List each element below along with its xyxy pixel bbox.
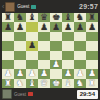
piece-white-pawn[interactable]: ♟	[40, 69, 48, 78]
piece-black-pawn[interactable]: ♟	[64, 23, 72, 32]
square-h3[interactable]	[86, 60, 98, 69]
square-d7[interactable]: ♟	[38, 22, 50, 31]
piece-white-pawn[interactable]: ♟	[28, 69, 36, 78]
square-b4[interactable]	[14, 51, 26, 60]
square-f4[interactable]	[62, 51, 74, 60]
piece-white-pawn[interactable]: ♟	[76, 69, 84, 78]
piece-white-knight[interactable]: ♞	[76, 79, 84, 88]
player-avatar[interactable]	[2, 89, 12, 99]
square-h5[interactable]	[86, 41, 98, 50]
square-c6[interactable]	[26, 32, 38, 41]
piece-black-pawn[interactable]: ♟	[4, 23, 12, 32]
square-g4[interactable]	[74, 51, 86, 60]
square-b2[interactable]: ♟	[14, 69, 26, 78]
square-h1[interactable]: ♜	[86, 79, 98, 88]
square-c1[interactable]: ♝	[26, 79, 38, 88]
square-g5[interactable]	[74, 41, 86, 50]
square-g6[interactable]	[74, 32, 86, 41]
piece-black-king[interactable]: ♚	[52, 13, 60, 22]
square-d5[interactable]	[38, 41, 50, 50]
square-e7[interactable]: ♟	[50, 22, 62, 31]
square-d1[interactable]: ♛	[38, 79, 50, 88]
square-a4[interactable]	[2, 51, 14, 60]
square-a3[interactable]	[2, 60, 14, 69]
square-b1[interactable]: ♞	[14, 79, 26, 88]
square-c4[interactable]	[26, 51, 38, 60]
square-e4[interactable]	[50, 51, 62, 60]
square-g7[interactable]: ♟	[74, 22, 86, 31]
square-f3[interactable]	[62, 60, 74, 69]
square-f6[interactable]	[62, 32, 74, 41]
square-f7[interactable]: ♟	[62, 22, 74, 31]
square-d6[interactable]	[38, 32, 50, 41]
player-username: Guest	[14, 92, 26, 97]
piece-black-rook[interactable]: ♜	[4, 13, 12, 22]
square-g1[interactable]: ♞	[74, 79, 86, 88]
square-f1[interactable]: ♝	[62, 79, 74, 88]
square-h7[interactable]: ♟	[86, 22, 98, 31]
square-b7[interactable]: ♟	[14, 22, 26, 31]
piece-white-pawn[interactable]: ♟	[88, 69, 96, 78]
piece-white-rook[interactable]: ♜	[4, 79, 12, 88]
piece-black-queen[interactable]: ♛	[40, 13, 48, 22]
piece-white-king[interactable]: ♚	[52, 79, 60, 88]
square-d2[interactable]: ♟	[38, 69, 50, 78]
opponent-avatar[interactable]	[5, 2, 15, 12]
square-g8[interactable]: ♞	[74, 13, 86, 22]
chess-app: ‹ Guest 29:57 ♜♞♝♛♚♝♞♜♟♟♟♟♟♟♟♟♟♟♟♟♟♟♟♟♜♞…	[0, 0, 100, 100]
square-g3[interactable]	[74, 60, 86, 69]
player-bar: Guest 29:54	[0, 88, 100, 100]
square-e6[interactable]	[50, 32, 62, 41]
square-d3[interactable]	[38, 60, 50, 69]
piece-white-pawn[interactable]: ♟	[64, 69, 72, 78]
square-e5[interactable]	[50, 41, 62, 50]
square-a8[interactable]: ♜	[2, 13, 14, 22]
square-b5[interactable]	[14, 41, 26, 50]
square-b3[interactable]	[14, 60, 26, 69]
square-h6[interactable]	[86, 32, 98, 41]
chess-board[interactable]: ♜♞♝♛♚♝♞♜♟♟♟♟♟♟♟♟♟♟♟♟♟♟♟♟♜♞♝♛♚♝♞♜	[2, 13, 98, 88]
square-f8[interactable]: ♝	[62, 13, 74, 22]
square-h8[interactable]: ♜	[86, 13, 98, 22]
piece-white-bishop[interactable]: ♝	[64, 79, 72, 88]
player-flag-icon	[28, 92, 33, 96]
piece-black-pawn[interactable]: ♟	[40, 23, 48, 32]
piece-black-bishop[interactable]: ♝	[28, 13, 36, 22]
piece-white-rook[interactable]: ♜	[88, 79, 96, 88]
square-f5[interactable]	[62, 41, 74, 50]
piece-black-rook[interactable]: ♜	[88, 13, 96, 22]
piece-black-knight[interactable]: ♞	[76, 13, 84, 22]
piece-black-pawn[interactable]: ♟	[88, 23, 96, 32]
piece-white-pawn[interactable]: ♟	[4, 69, 12, 78]
square-c7[interactable]	[26, 22, 38, 31]
piece-white-knight[interactable]: ♞	[16, 79, 24, 88]
piece-white-pawn[interactable]: ♟	[16, 69, 24, 78]
player-clock-active: 29:54	[77, 90, 98, 99]
opponent-flag-icon	[31, 5, 36, 9]
square-e8[interactable]: ♚	[50, 13, 62, 22]
square-c5[interactable]: ♟	[26, 41, 38, 50]
piece-black-pawn[interactable]: ♟	[76, 23, 84, 32]
square-d8[interactable]: ♛	[38, 13, 50, 22]
opponent-clock: 29:57	[79, 3, 98, 10]
opponent-username: Guest	[17, 4, 29, 9]
square-c8[interactable]: ♝	[26, 13, 38, 22]
piece-black-knight[interactable]: ♞	[16, 13, 24, 22]
back-icon[interactable]: ‹	[2, 3, 4, 10]
square-a1[interactable]: ♜	[2, 79, 14, 88]
square-b6[interactable]	[14, 32, 26, 41]
square-a7[interactable]: ♟	[2, 22, 14, 31]
piece-black-bishop[interactable]: ♝	[64, 13, 72, 22]
piece-black-pawn[interactable]: ♟	[16, 23, 24, 32]
square-f2[interactable]: ♟	[62, 69, 74, 78]
square-g2[interactable]: ♟	[74, 69, 86, 78]
opponent-bar: ‹ Guest 29:57	[0, 0, 100, 13]
piece-white-queen[interactable]: ♛	[40, 79, 48, 88]
square-a6[interactable]	[2, 32, 14, 41]
square-a5[interactable]	[2, 41, 14, 50]
square-c2[interactable]: ♟	[26, 69, 38, 78]
square-a2[interactable]: ♟	[2, 69, 14, 78]
piece-white-bishop[interactable]: ♝	[28, 79, 36, 88]
square-e1[interactable]: ♚	[50, 79, 62, 88]
piece-white-pawn[interactable]: ♟	[52, 60, 60, 69]
square-h4[interactable]	[86, 51, 98, 60]
square-e3[interactable]: ♟	[50, 60, 62, 69]
piece-black-pawn[interactable]: ♟	[28, 41, 36, 50]
square-h2[interactable]: ♟	[86, 69, 98, 78]
square-c3[interactable]	[26, 60, 38, 69]
square-b8[interactable]: ♞	[14, 13, 26, 22]
square-d4[interactable]	[38, 51, 50, 60]
square-e2[interactable]	[50, 69, 62, 78]
piece-black-pawn[interactable]: ♟	[52, 23, 60, 32]
